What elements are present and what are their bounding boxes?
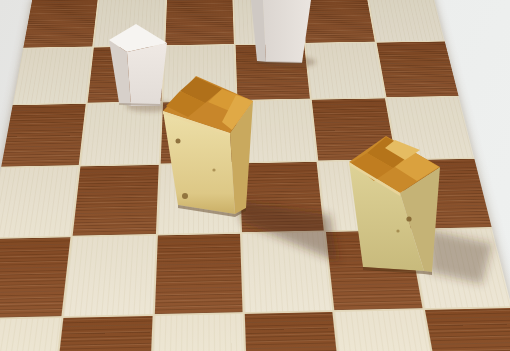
- white-block-2-front-face: [263, 0, 311, 63]
- wood-block-1-knot-2: [182, 193, 188, 199]
- white-block-1[interactable]: [109, 24, 167, 106]
- wood-block-2-knot-2: [396, 229, 399, 232]
- white-block-1-front-face: [127, 43, 167, 106]
- scene: [0, 0, 510, 351]
- wood-block-1-knot-3: [212, 168, 215, 171]
- wood-block-1[interactable]: [163, 76, 253, 217]
- white-block-2[interactable]: [251, 0, 311, 64]
- shadow-wood-block-1: [238, 200, 338, 262]
- wood-block-1-knot-1: [176, 139, 181, 144]
- pieces-overlay: [0, 0, 510, 351]
- shadow-wood-block-2: [428, 230, 492, 284]
- wood-block-2-knot-1: [406, 216, 411, 221]
- wood-block-2[interactable]: [349, 136, 440, 275]
